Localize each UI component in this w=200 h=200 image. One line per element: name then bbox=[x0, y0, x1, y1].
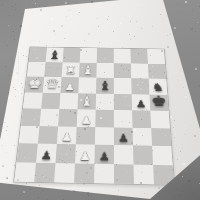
square-c5[interactable] bbox=[59, 93, 78, 110]
square-h4[interactable] bbox=[150, 111, 170, 128]
square-f8[interactable] bbox=[114, 49, 131, 64]
piece-white-pawn-c3[interactable]: ♟ bbox=[57, 132, 76, 143]
square-d8[interactable] bbox=[80, 48, 97, 63]
square-e8[interactable] bbox=[97, 48, 114, 63]
piece-black-pawn-e2[interactable]: ♟ bbox=[94, 150, 113, 162]
square-a4[interactable] bbox=[21, 108, 41, 125]
square-c7[interactable]: ♜ bbox=[62, 62, 80, 77]
square-d2[interactable]: ♟ bbox=[75, 144, 95, 163]
piece-white-king-a6[interactable]: ♚ bbox=[25, 76, 44, 90]
square-f6[interactable] bbox=[114, 78, 132, 94]
square-g8[interactable] bbox=[130, 49, 147, 64]
piece-black-king-h5[interactable]: ♚ bbox=[149, 94, 168, 109]
square-b4[interactable] bbox=[40, 109, 60, 126]
square-g3[interactable] bbox=[133, 127, 153, 145]
piece-white-pawn-d2[interactable]: ♟ bbox=[75, 150, 95, 162]
square-d3[interactable] bbox=[76, 126, 95, 144]
square-g6[interactable] bbox=[131, 78, 149, 94]
square-d4[interactable]: ♟ bbox=[77, 109, 96, 126]
square-e7[interactable] bbox=[96, 63, 113, 78]
square-h1[interactable] bbox=[153, 165, 174, 185]
square-h2[interactable] bbox=[152, 146, 173, 165]
square-g1[interactable] bbox=[133, 164, 154, 184]
piece-white-bishop-d7[interactable]: ♝ bbox=[79, 64, 97, 76]
square-f1[interactable] bbox=[114, 164, 134, 184]
square-c1[interactable] bbox=[54, 163, 75, 183]
square-c4[interactable] bbox=[58, 109, 77, 126]
square-b8[interactable]: ♝ bbox=[46, 47, 64, 62]
square-h8[interactable] bbox=[147, 49, 165, 64]
square-g7[interactable] bbox=[131, 63, 149, 78]
square-e4[interactable] bbox=[95, 110, 114, 127]
square-f4[interactable] bbox=[114, 110, 133, 127]
square-c2[interactable] bbox=[56, 144, 76, 163]
piece-white-bishop-d5[interactable]: ♝ bbox=[78, 95, 96, 108]
piece-black-pawn-f3[interactable]: ♟ bbox=[114, 133, 133, 144]
photo-scene: ·········· ♕ ♝♜♝♚♛♟♝♞♝♟♚♟♟♟♟♟♟ bbox=[0, 0, 200, 200]
piece-white-pawn-d4[interactable]: ♟ bbox=[77, 115, 96, 126]
square-f2[interactable] bbox=[114, 145, 134, 164]
piece-white-queen-b6[interactable]: ♛ bbox=[43, 77, 62, 90]
square-e6[interactable]: ♝ bbox=[96, 78, 114, 94]
piece-black-pawn-b2[interactable]: ♟ bbox=[36, 149, 56, 161]
square-e1[interactable] bbox=[94, 163, 114, 183]
square-d5[interactable]: ♝ bbox=[77, 93, 96, 110]
square-b1[interactable] bbox=[34, 162, 55, 182]
square-b7[interactable] bbox=[44, 62, 62, 77]
square-a6[interactable]: ♚ bbox=[25, 76, 44, 92]
board-paper: ·········· ♕ ♝♜♝♚♛♟♝♞♝♟♚♟♟♟♟♟♟ bbox=[0, 0, 200, 200]
square-a5[interactable] bbox=[23, 92, 43, 109]
square-d6[interactable] bbox=[78, 77, 96, 93]
square-e5[interactable] bbox=[96, 93, 114, 110]
square-f5[interactable] bbox=[114, 94, 132, 111]
square-g2[interactable] bbox=[133, 145, 153, 164]
piece-black-knight-h6[interactable]: ♞ bbox=[149, 82, 167, 93]
square-b3[interactable] bbox=[38, 126, 58, 144]
piece-black-bishop-e6[interactable]: ♝ bbox=[96, 79, 114, 92]
square-b6[interactable]: ♛ bbox=[43, 77, 62, 93]
square-b2[interactable]: ♟ bbox=[36, 144, 57, 163]
piece-white-pawn-c6[interactable]: ♟ bbox=[61, 82, 79, 92]
square-h5[interactable]: ♚ bbox=[149, 94, 168, 111]
square-a2[interactable] bbox=[17, 143, 38, 162]
chessboard: ♝♜♝♚♛♟♝♞♝♟♚♟♟♟♟♟♟ bbox=[13, 46, 175, 185]
square-a1[interactable] bbox=[14, 162, 36, 182]
square-g5[interactable]: ♟ bbox=[132, 94, 151, 111]
square-d7[interactable]: ♝ bbox=[79, 62, 97, 77]
square-e3[interactable] bbox=[95, 127, 114, 145]
square-h7[interactable] bbox=[148, 63, 166, 78]
square-c3[interactable]: ♟ bbox=[57, 126, 77, 144]
square-f3[interactable]: ♟ bbox=[114, 127, 133, 145]
piece-black-bishop-b8[interactable]: ♝ bbox=[46, 49, 64, 61]
square-a3[interactable] bbox=[19, 125, 40, 143]
piece-white-rook-c7[interactable]: ♜ bbox=[62, 65, 80, 76]
square-c8[interactable] bbox=[63, 48, 81, 63]
edge-marking: ·········· bbox=[16, 52, 21, 75]
square-d1[interactable] bbox=[74, 163, 94, 183]
square-b5[interactable] bbox=[41, 92, 60, 109]
square-e2[interactable]: ♟ bbox=[94, 145, 114, 164]
square-g4[interactable] bbox=[132, 110, 151, 127]
square-a8[interactable] bbox=[29, 47, 47, 62]
square-h3[interactable] bbox=[151, 128, 171, 146]
square-f7[interactable] bbox=[114, 63, 131, 78]
piece-black-pawn-g5[interactable]: ♟ bbox=[132, 99, 150, 109]
square-c6[interactable]: ♟ bbox=[60, 77, 79, 93]
